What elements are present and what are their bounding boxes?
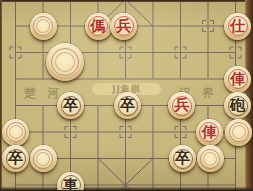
piece-red-soldier[interactable]: 兵 <box>110 13 137 40</box>
piece-character: 俥 <box>196 119 223 146</box>
piece-hidden-facedown[interactable] <box>30 13 57 40</box>
piece-hidden-facedown[interactable] <box>30 145 57 172</box>
piece-character: 卒 <box>169 145 196 172</box>
piece-character: 卒 <box>57 92 84 119</box>
piece-hidden-facedown[interactable] <box>46 43 84 81</box>
piece-red-soldier[interactable]: 兵 <box>168 92 195 119</box>
piece-inner-ring <box>9 125 23 139</box>
piece-character: 仕 <box>224 13 251 40</box>
piece-black-soldier[interactable]: 卒 <box>114 92 141 119</box>
piece-character: 俥 <box>224 66 251 93</box>
piece-black-soldier[interactable]: 卒 <box>2 145 29 172</box>
board-frame-bottom <box>0 187 253 190</box>
piece-inner-ring <box>36 152 50 166</box>
piece-red-chariot[interactable]: 俥 <box>224 66 251 93</box>
piece-hidden-facedown[interactable] <box>2 119 29 146</box>
piece-black-soldier[interactable]: 卒 <box>57 92 84 119</box>
piece-character: 卒 <box>2 145 29 172</box>
piece-black-soldier[interactable]: 卒 <box>169 145 196 172</box>
piece-character: 砲 <box>224 92 251 119</box>
board-frame-top <box>0 0 253 2</box>
piece-inner-ring <box>36 19 50 33</box>
piece-inner-ring <box>203 152 217 166</box>
piece-red-horse[interactable]: 傌 <box>85 13 112 40</box>
piece-character: 車 <box>57 172 84 191</box>
piece-character: 傌 <box>85 13 112 40</box>
piece-red-advisor[interactable]: 仕 <box>224 13 251 40</box>
xiangqi-board: 楚河 汉界 JJ象棋 傌兵仕俥卒卒兵砲俥卒卒車 <box>0 0 253 190</box>
piece-hidden-facedown[interactable] <box>197 145 224 172</box>
piece-black-cannon[interactable]: 砲 <box>224 92 251 119</box>
piece-character: 卒 <box>114 92 141 119</box>
piece-inner-ring <box>232 125 246 139</box>
piece-hidden-facedown[interactable] <box>225 119 252 146</box>
piece-black-chariot[interactable]: 車 <box>57 172 84 191</box>
piece-character: 兵 <box>168 92 195 119</box>
piece-character: 兵 <box>110 13 137 40</box>
piece-red-chariot[interactable]: 俥 <box>196 119 223 146</box>
piece-inner-ring <box>55 52 75 72</box>
